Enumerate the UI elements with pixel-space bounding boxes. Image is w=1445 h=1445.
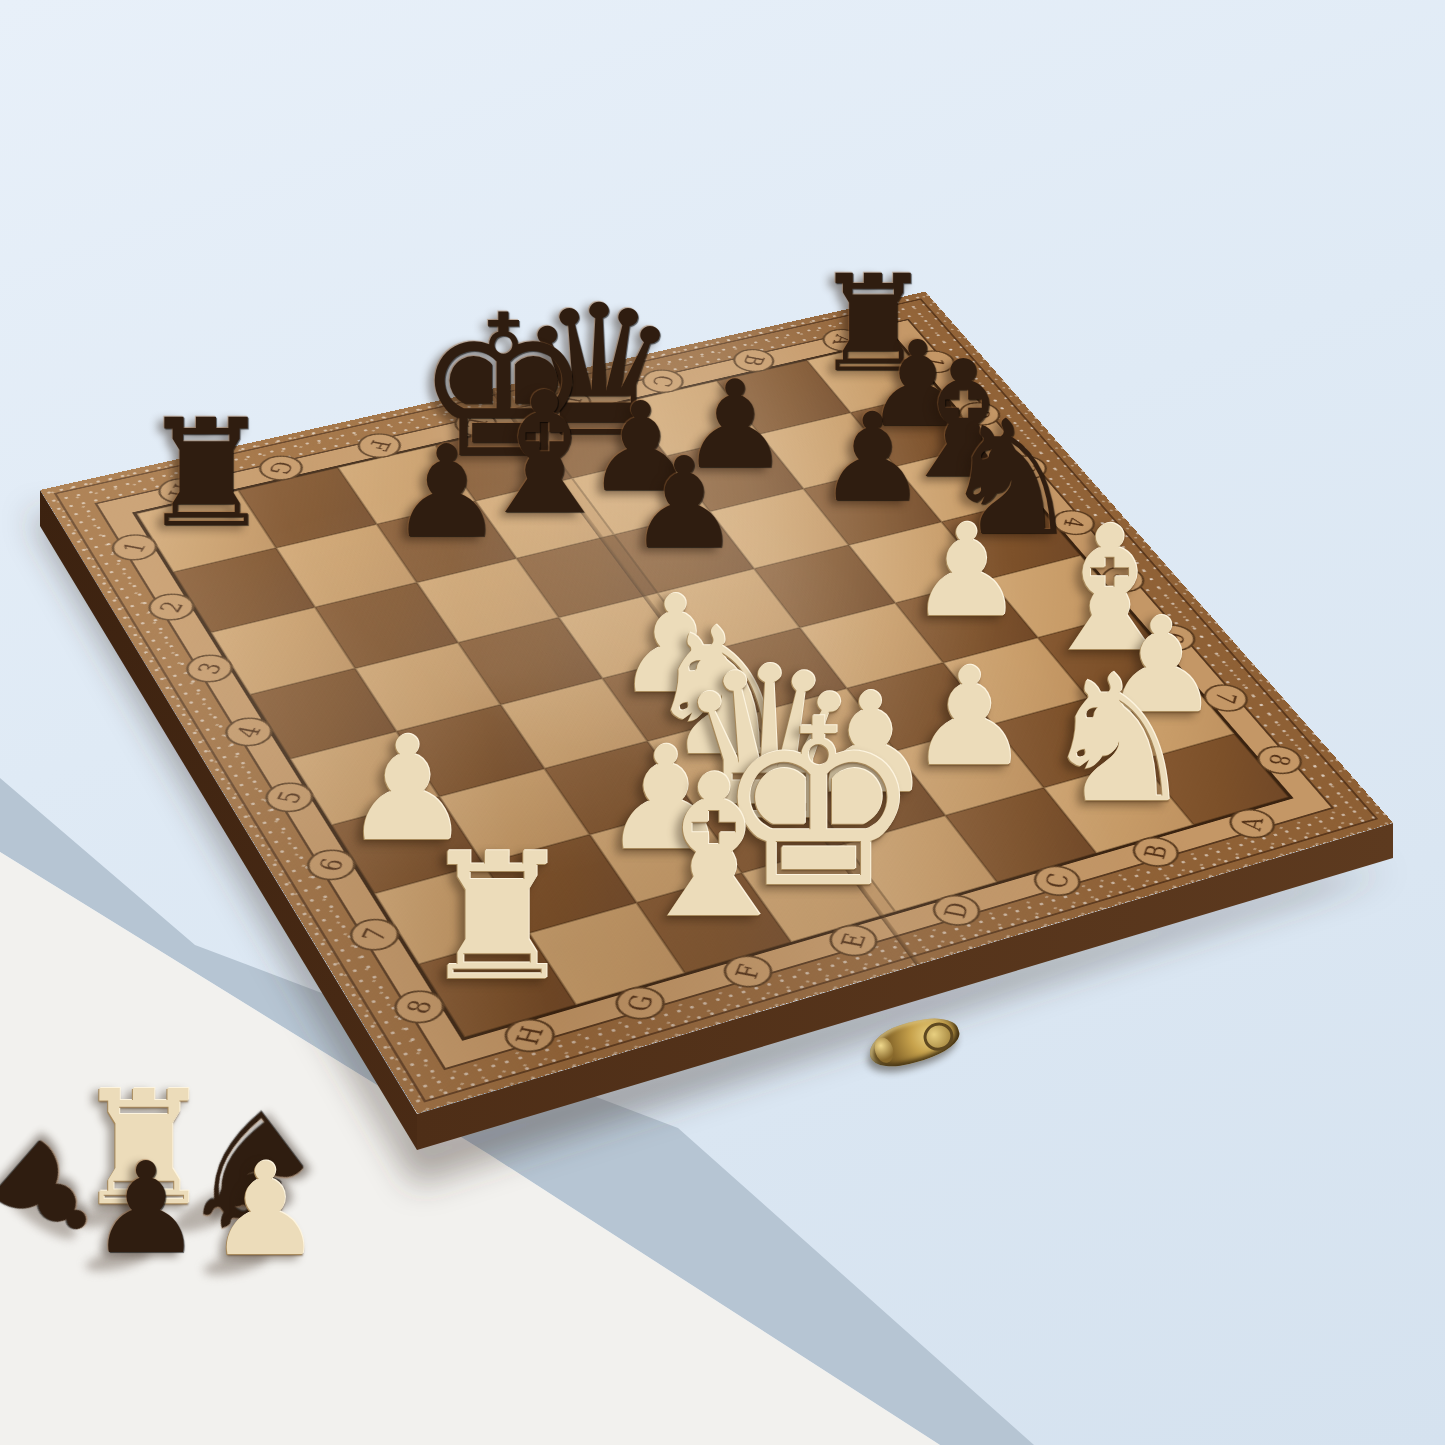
scene: HHGGFFEEDDCCBBAA1122334455667788 ♜♜♚♛♝♝♞…	[0, 0, 1445, 1445]
